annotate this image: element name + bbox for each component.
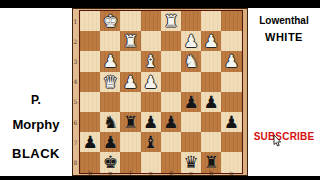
- black-pawn-e6[interactable]: ♟: [143, 112, 158, 132]
- square-c3[interactable]: ♞: [181, 51, 201, 71]
- square-h6[interactable]: [80, 112, 100, 132]
- rank-label-4: 4: [72, 72, 79, 92]
- square-h5[interactable]: [80, 92, 100, 112]
- square-c4[interactable]: [181, 72, 201, 92]
- black-pawn-b5[interactable]: ♟: [204, 92, 219, 112]
- square-d4[interactable]: [161, 72, 181, 92]
- square-c2[interactable]: ♟: [181, 31, 201, 51]
- square-g2[interactable]: [100, 31, 120, 51]
- square-f1[interactable]: [120, 11, 140, 31]
- square-g7[interactable]: ♟: [100, 132, 120, 152]
- square-c7[interactable]: [181, 132, 201, 152]
- square-a5[interactable]: [221, 92, 241, 112]
- black-player-initial: P.: [0, 93, 72, 107]
- black-knight-g6[interactable]: ♞: [103, 112, 118, 132]
- black-pawn-c5[interactable]: ♟: [183, 92, 198, 112]
- rank-label-2: 2: [72, 31, 79, 51]
- square-h3[interactable]: [80, 51, 100, 71]
- square-f4[interactable]: ♟: [120, 72, 140, 92]
- square-g6[interactable]: ♞: [100, 112, 120, 132]
- square-b2[interactable]: ♟: [201, 31, 221, 51]
- black-side-label: BLACK: [0, 146, 72, 161]
- square-b4[interactable]: [201, 72, 221, 92]
- white-player-name: Lowenthal: [248, 15, 320, 26]
- white-pawn-c2[interactable]: ♟: [183, 31, 198, 51]
- rank-label-3: 3: [72, 51, 79, 71]
- square-c5[interactable]: ♟: [181, 92, 201, 112]
- white-bishop-e3[interactable]: ♝: [143, 51, 158, 71]
- white-knight-c3[interactable]: ♞: [183, 51, 198, 71]
- square-e3[interactable]: ♝: [141, 51, 161, 71]
- black-rook-f6[interactable]: ♜: [123, 112, 138, 132]
- square-f5[interactable]: [120, 92, 140, 112]
- rank-labels: 12345678: [72, 11, 79, 173]
- chessboard-frame: 12345678 ♚♜♜♟♟♟♝♞♟♛♟♟♟♟♞♜♟♟♟♟♟♝♚♛♜ hgfed…: [72, 8, 248, 176]
- square-h4[interactable]: [80, 72, 100, 92]
- white-rook-f2[interactable]: ♜: [123, 31, 138, 51]
- black-pawn-d6[interactable]: ♟: [163, 112, 178, 132]
- square-b6[interactable]: [201, 112, 221, 132]
- square-a6[interactable]: ♟: [221, 112, 241, 132]
- white-rook-d1[interactable]: ♜: [163, 11, 178, 31]
- square-h1[interactable]: [80, 11, 100, 31]
- square-f3[interactable]: [120, 51, 140, 71]
- square-b5[interactable]: ♟: [201, 92, 221, 112]
- white-king-g1[interactable]: ♚: [103, 11, 118, 31]
- white-queen-g4[interactable]: ♛: [103, 72, 118, 92]
- square-a2[interactable]: [221, 31, 241, 51]
- white-pawn-b2[interactable]: ♟: [204, 31, 219, 51]
- rank-label-6: 6: [72, 112, 79, 132]
- black-bishop-e7[interactable]: ♝: [143, 132, 158, 152]
- square-d1[interactable]: ♜: [161, 11, 181, 31]
- square-d7[interactable]: [161, 132, 181, 152]
- rank-label-5: 5: [72, 92, 79, 112]
- white-pawn-g3[interactable]: ♟: [103, 51, 118, 71]
- rank-label-8: 8: [72, 152, 79, 172]
- square-a3[interactable]: ♟: [221, 51, 241, 71]
- square-d3[interactable]: [161, 51, 181, 71]
- white-pawn-e4[interactable]: ♟: [143, 72, 158, 92]
- rank-label-1: 1: [72, 11, 79, 31]
- square-g1[interactable]: ♚: [100, 11, 120, 31]
- square-d5[interactable]: [161, 92, 181, 112]
- square-e2[interactable]: [141, 31, 161, 51]
- square-b1[interactable]: [201, 11, 221, 31]
- square-d6[interactable]: ♟: [161, 112, 181, 132]
- square-e1[interactable]: [141, 11, 161, 31]
- square-f7[interactable]: [120, 132, 140, 152]
- square-h7[interactable]: ♟: [80, 132, 100, 152]
- square-a4[interactable]: [221, 72, 241, 92]
- black-player-name: Morphy: [0, 117, 72, 132]
- rank-label-7: 7: [72, 132, 79, 152]
- square-h2[interactable]: [80, 31, 100, 51]
- square-f6[interactable]: ♜: [120, 112, 140, 132]
- square-a7[interactable]: [221, 132, 241, 152]
- subscribe-label[interactable]: SUBSCRIBE: [248, 131, 320, 142]
- square-c1[interactable]: [181, 11, 201, 31]
- white-pawn-f4[interactable]: ♟: [123, 72, 138, 92]
- video-frame: P. Morphy BLACK 12345678 ♚♜♜♟♟♟♝♞♟♛♟♟♟♟♞…: [0, 0, 320, 180]
- chessboard: ♚♜♜♟♟♟♝♞♟♛♟♟♟♟♞♜♟♟♟♟♟♝♚♛♜: [79, 10, 243, 174]
- square-c6[interactable]: [181, 112, 201, 132]
- letterbox-bottom: [0, 176, 320, 180]
- white-pawn-a3[interactable]: ♟: [224, 51, 239, 71]
- square-e4[interactable]: ♟: [141, 72, 161, 92]
- square-g4[interactable]: ♛: [100, 72, 120, 92]
- white-side-label: WHITE: [248, 31, 320, 43]
- square-e5[interactable]: [141, 92, 161, 112]
- letterbox-top: [0, 0, 320, 8]
- black-pawn-h7[interactable]: ♟: [82, 132, 97, 152]
- square-e6[interactable]: ♟: [141, 112, 161, 132]
- square-e7[interactable]: ♝: [141, 132, 161, 152]
- square-d2[interactable]: [161, 31, 181, 51]
- square-g5[interactable]: [100, 92, 120, 112]
- black-pawn-g7[interactable]: ♟: [103, 132, 118, 152]
- mouse-cursor-icon: [273, 135, 282, 147]
- square-b7[interactable]: [201, 132, 221, 152]
- square-g3[interactable]: ♟: [100, 51, 120, 71]
- square-a1[interactable]: [221, 11, 241, 31]
- black-pawn-a6[interactable]: ♟: [224, 112, 239, 132]
- square-f2[interactable]: ♜: [120, 31, 140, 51]
- square-b3[interactable]: [201, 51, 221, 71]
